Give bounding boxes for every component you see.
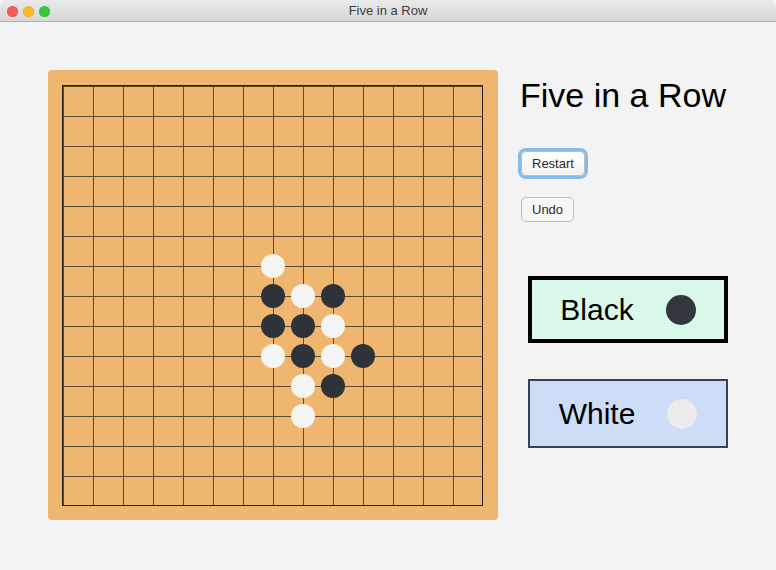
board-cell[interactable] xyxy=(303,146,333,176)
board-cell[interactable] xyxy=(453,386,483,416)
board-cell[interactable] xyxy=(393,476,423,506)
board-cell[interactable] xyxy=(123,386,153,416)
board-cell[interactable] xyxy=(363,386,393,416)
board-cell[interactable] xyxy=(63,206,93,236)
board-cell[interactable] xyxy=(333,326,363,356)
board-cell[interactable] xyxy=(393,386,423,416)
board-cell[interactable] xyxy=(393,446,423,476)
board-cell[interactable] xyxy=(63,296,93,326)
board-cell[interactable] xyxy=(273,266,303,296)
board-cell[interactable] xyxy=(453,236,483,266)
board-cell[interactable] xyxy=(213,116,243,146)
board-cell[interactable] xyxy=(183,116,213,146)
board-cell[interactable] xyxy=(93,446,123,476)
board-cell[interactable] xyxy=(123,146,153,176)
black-indicator-label: Black xyxy=(560,293,633,327)
board-cell[interactable] xyxy=(393,176,423,206)
board-cell[interactable] xyxy=(183,86,213,116)
board-cell[interactable] xyxy=(93,236,123,266)
board-cell[interactable] xyxy=(93,356,123,386)
board-cell[interactable] xyxy=(183,386,213,416)
board-cell[interactable] xyxy=(453,266,483,296)
board-cell[interactable] xyxy=(273,86,303,116)
board-cell[interactable] xyxy=(453,446,483,476)
board-cell[interactable] xyxy=(423,86,453,116)
board-cell[interactable] xyxy=(273,326,303,356)
board-cell[interactable] xyxy=(93,386,123,416)
board-cell[interactable] xyxy=(153,86,183,116)
board-cell[interactable] xyxy=(273,206,303,236)
board-cell[interactable] xyxy=(63,176,93,206)
board-cell[interactable] xyxy=(123,86,153,116)
board-cell[interactable] xyxy=(153,356,183,386)
board-cell[interactable] xyxy=(363,446,393,476)
board-cell[interactable] xyxy=(453,86,483,116)
board-cell[interactable] xyxy=(273,476,303,506)
board-cell[interactable] xyxy=(303,326,333,356)
board-cell[interactable] xyxy=(63,146,93,176)
board-cell[interactable] xyxy=(453,416,483,446)
board-cell[interactable] xyxy=(243,476,273,506)
board-cell[interactable] xyxy=(393,236,423,266)
board-cell[interactable] xyxy=(363,236,393,266)
board-cell[interactable] xyxy=(123,446,153,476)
board-cell[interactable] xyxy=(153,416,183,446)
board-cell[interactable] xyxy=(63,86,93,116)
board-cell[interactable] xyxy=(183,266,213,296)
board-cell[interactable] xyxy=(63,416,93,446)
board-cell[interactable] xyxy=(213,326,243,356)
board-cell[interactable] xyxy=(153,446,183,476)
board-cell[interactable] xyxy=(213,476,243,506)
board-cell[interactable] xyxy=(363,416,393,446)
board-cell[interactable] xyxy=(213,356,243,386)
board-cell[interactable] xyxy=(423,476,453,506)
board-grid[interactable] xyxy=(62,85,483,506)
board-cell[interactable] xyxy=(243,326,273,356)
board-cell[interactable] xyxy=(393,296,423,326)
board-cell[interactable] xyxy=(333,236,363,266)
board-cell[interactable] xyxy=(213,206,243,236)
white-turn-indicator: White xyxy=(528,379,728,448)
board-cell[interactable] xyxy=(93,206,123,236)
board-cell[interactable] xyxy=(183,206,213,236)
board-cell[interactable] xyxy=(93,296,123,326)
window-title: Five in a Row xyxy=(0,0,776,22)
board-cell[interactable] xyxy=(273,386,303,416)
board-cell[interactable] xyxy=(453,206,483,236)
board-cell[interactable] xyxy=(273,416,303,446)
board-cell[interactable] xyxy=(303,176,333,206)
board-cell[interactable] xyxy=(243,296,273,326)
board-cell[interactable] xyxy=(393,116,423,146)
board-cell[interactable] xyxy=(273,146,303,176)
board-cell[interactable] xyxy=(393,86,423,116)
board-cell[interactable] xyxy=(333,416,363,446)
board-cell[interactable] xyxy=(423,236,453,266)
board-cell[interactable] xyxy=(423,356,453,386)
board-cell[interactable] xyxy=(63,326,93,356)
gomoku-board[interactable] xyxy=(48,70,498,520)
board-cell[interactable] xyxy=(363,116,393,146)
board-cell[interactable] xyxy=(393,146,423,176)
black-turn-indicator: Black xyxy=(528,276,728,343)
board-cell[interactable] xyxy=(333,116,363,146)
board-cell[interactable] xyxy=(153,266,183,296)
board-cell[interactable] xyxy=(123,296,153,326)
board-cell[interactable] xyxy=(123,176,153,206)
board-cell[interactable] xyxy=(273,236,303,266)
board-cell[interactable] xyxy=(303,296,333,326)
board-cell[interactable] xyxy=(213,386,243,416)
board-cell[interactable] xyxy=(93,146,123,176)
board-cell[interactable] xyxy=(123,116,153,146)
board-cell[interactable] xyxy=(93,86,123,116)
board-cell[interactable] xyxy=(423,446,453,476)
board-cell[interactable] xyxy=(423,116,453,146)
board-cell[interactable] xyxy=(303,206,333,236)
board-cell[interactable] xyxy=(153,146,183,176)
board-cell[interactable] xyxy=(423,206,453,236)
page-title: Five in a Row xyxy=(520,76,726,115)
board-cell[interactable] xyxy=(333,476,363,506)
board-cell[interactable] xyxy=(243,416,273,446)
board-cell[interactable] xyxy=(93,416,123,446)
board-cell[interactable] xyxy=(153,176,183,206)
board-cell[interactable] xyxy=(333,296,363,326)
board-cell[interactable] xyxy=(213,146,243,176)
board-cell[interactable] xyxy=(273,446,303,476)
board-cell[interactable] xyxy=(303,416,333,446)
board-cell[interactable] xyxy=(333,266,363,296)
board-cell[interactable] xyxy=(213,176,243,206)
board-cell[interactable] xyxy=(453,116,483,146)
board-cell[interactable] xyxy=(183,146,213,176)
board-cell[interactable] xyxy=(453,476,483,506)
board-cell[interactable] xyxy=(333,356,363,386)
board-cell[interactable] xyxy=(183,356,213,386)
board-cell[interactable] xyxy=(183,446,213,476)
board-cell[interactable] xyxy=(423,386,453,416)
board-cell[interactable] xyxy=(153,206,183,236)
board-cell[interactable] xyxy=(303,116,333,146)
board-cell[interactable] xyxy=(393,356,423,386)
board-cell[interactable] xyxy=(303,476,333,506)
board-cell[interactable] xyxy=(363,176,393,206)
board-cell[interactable] xyxy=(363,296,393,326)
board-cell[interactable] xyxy=(453,326,483,356)
board-cell[interactable] xyxy=(363,146,393,176)
board-cell[interactable] xyxy=(453,356,483,386)
board-cell[interactable] xyxy=(183,176,213,206)
board-cell[interactable] xyxy=(363,356,393,386)
board-cell[interactable] xyxy=(123,266,153,296)
board-cell[interactable] xyxy=(123,356,153,386)
board-cell[interactable] xyxy=(243,116,273,146)
board-cell[interactable] xyxy=(183,476,213,506)
board-cell[interactable] xyxy=(333,146,363,176)
title-bar: Five in a Row xyxy=(0,0,776,22)
board-cell[interactable] xyxy=(363,326,393,356)
board-cell[interactable] xyxy=(153,476,183,506)
board-cell[interactable] xyxy=(123,416,153,446)
board-cell[interactable] xyxy=(303,236,333,266)
board-cell[interactable] xyxy=(423,296,453,326)
board-cell[interactable] xyxy=(393,206,423,236)
board-cell[interactable] xyxy=(333,386,363,416)
board-cell[interactable] xyxy=(243,176,273,206)
white-indicator-label: White xyxy=(559,397,636,431)
board-cell[interactable] xyxy=(423,326,453,356)
board-cell[interactable] xyxy=(93,266,123,296)
board-cell[interactable] xyxy=(423,146,453,176)
board-cell[interactable] xyxy=(183,296,213,326)
board-cell[interactable] xyxy=(273,116,303,146)
board-cell[interactable] xyxy=(123,326,153,356)
board-cell[interactable] xyxy=(333,206,363,236)
board-cell[interactable] xyxy=(273,296,303,326)
board-cell[interactable] xyxy=(423,266,453,296)
board-cell[interactable] xyxy=(243,266,273,296)
board-cell[interactable] xyxy=(423,416,453,446)
white-stone-icon xyxy=(667,399,697,429)
board-cell[interactable] xyxy=(213,266,243,296)
board-cell[interactable] xyxy=(63,476,93,506)
board-cell[interactable] xyxy=(63,446,93,476)
board-cell[interactable] xyxy=(303,356,333,386)
board-cell[interactable] xyxy=(63,356,93,386)
board-cell[interactable] xyxy=(63,236,93,266)
board-cell[interactable] xyxy=(393,326,423,356)
board-cell[interactable] xyxy=(243,236,273,266)
board-cell[interactable] xyxy=(153,116,183,146)
board-cell[interactable] xyxy=(153,236,183,266)
board-cell[interactable] xyxy=(333,176,363,206)
board-cell[interactable] xyxy=(123,476,153,506)
board-cell[interactable] xyxy=(303,446,333,476)
board-cell[interactable] xyxy=(63,266,93,296)
board-cell[interactable] xyxy=(123,236,153,266)
board-cell[interactable] xyxy=(453,146,483,176)
board-cell[interactable] xyxy=(303,266,333,296)
board-cell[interactable] xyxy=(213,296,243,326)
board-cell[interactable] xyxy=(243,386,273,416)
board-cell[interactable] xyxy=(93,116,123,146)
board-cell[interactable] xyxy=(243,146,273,176)
board-cell[interactable] xyxy=(453,296,483,326)
board-cell[interactable] xyxy=(183,326,213,356)
board-cell[interactable] xyxy=(333,86,363,116)
board-cell[interactable] xyxy=(63,116,93,146)
app-window: Five in a Row Five in a Row Restart Undo… xyxy=(0,0,776,570)
board-cell[interactable] xyxy=(153,386,183,416)
board-cell[interactable] xyxy=(243,446,273,476)
board-cell[interactable] xyxy=(93,476,123,506)
board-cell[interactable] xyxy=(333,446,363,476)
board-cell[interactable] xyxy=(423,176,453,206)
board-cell[interactable] xyxy=(183,236,213,266)
board-cell[interactable] xyxy=(93,176,123,206)
board-cell[interactable] xyxy=(273,356,303,386)
board-cell[interactable] xyxy=(363,206,393,236)
board-cell[interactable] xyxy=(453,176,483,206)
board-cell[interactable] xyxy=(243,206,273,236)
board-cell[interactable] xyxy=(213,236,243,266)
board-cell[interactable] xyxy=(363,86,393,116)
board-cell[interactable] xyxy=(213,416,243,446)
black-stone-icon xyxy=(666,295,696,325)
board-cell[interactable] xyxy=(303,86,333,116)
board-cell[interactable] xyxy=(243,356,273,386)
restart-button[interactable]: Restart xyxy=(521,151,585,176)
board-cell[interactable] xyxy=(153,326,183,356)
board-cell[interactable] xyxy=(393,266,423,296)
board-cell[interactable] xyxy=(303,386,333,416)
board-cell[interactable] xyxy=(93,326,123,356)
board-cell[interactable] xyxy=(363,266,393,296)
board-cell[interactable] xyxy=(243,86,273,116)
board-cell[interactable] xyxy=(363,476,393,506)
board-cell[interactable] xyxy=(123,206,153,236)
board-cell[interactable] xyxy=(273,176,303,206)
board-cell[interactable] xyxy=(63,386,93,416)
board-cell[interactable] xyxy=(213,86,243,116)
board-cell[interactable] xyxy=(393,416,423,446)
undo-button[interactable]: Undo xyxy=(521,197,574,222)
board-cell[interactable] xyxy=(183,416,213,446)
board-cell[interactable] xyxy=(153,296,183,326)
board-cell[interactable] xyxy=(213,446,243,476)
